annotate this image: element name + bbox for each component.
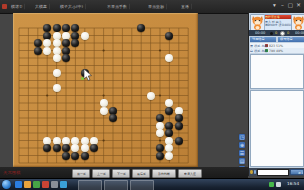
app-icon — [2, 4, 7, 9]
font-icon[interactable] — [254, 170, 257, 174]
review-button-3[interactable]: 最后手 — [132, 169, 150, 178]
bottom-bar: 天元围棋 第一手上一手下一手最后手形势判断申请入座 — [0, 167, 248, 178]
zoom-icon[interactable]: ⊕ — [239, 142, 245, 148]
taskbar-app-icon-5[interactable] — [60, 181, 67, 188]
chat-input-bar: 发送 — [249, 168, 304, 176]
player-row[interactable]: 白 棋手 九段790 49% — [250, 48, 304, 53]
stone-black — [109, 114, 117, 122]
stone-black — [53, 144, 61, 152]
system-tray: 16:54 — [269, 180, 303, 188]
stone-black — [53, 24, 61, 32]
window-controls: ▾–▢✕ — [271, 1, 302, 9]
stone-white — [100, 99, 108, 107]
taskbar: 16:54 — [0, 178, 304, 190]
stone-black — [175, 122, 183, 130]
stone-white — [147, 92, 155, 100]
menu-item-1[interactable]: 大棋盘 — [33, 4, 50, 10]
stone-black — [156, 152, 164, 160]
stone-black — [156, 144, 164, 152]
info-line-time: 用时60分 读秒60秒 — [265, 23, 276, 24]
stone-white — [43, 47, 51, 55]
black-captures: 0 — [275, 31, 277, 35]
send-button[interactable]: 发送 — [290, 169, 304, 175]
window-control-0[interactable]: ▾ — [272, 2, 278, 8]
stone-black — [62, 39, 70, 47]
task-buttons — [78, 180, 154, 190]
stone-black — [71, 152, 79, 160]
menu-item-2[interactable]: 棋子大小(中) — [58, 4, 86, 10]
black-player-avatar — [250, 14, 265, 31]
stone-black — [81, 69, 89, 77]
task-window-button-0[interactable] — [78, 180, 102, 190]
stone-black — [156, 114, 164, 122]
player-name: 白 棋手 九段 — [250, 48, 262, 53]
player-stats: 823 51% — [269, 44, 283, 48]
go-board[interactable] — [13, 13, 198, 167]
stone-white — [53, 84, 61, 92]
taskbar-app-icon-1[interactable] — [24, 181, 31, 188]
stone-black — [175, 114, 183, 122]
taskbar-app-icon-2[interactable] — [33, 181, 40, 188]
info-line-players: 黑方 对 白方 — [265, 20, 276, 21]
player-stats: 790 49% — [269, 49, 283, 53]
menu-item-4[interactable]: 显示坐标 — [146, 4, 167, 10]
event-banner: 围棋赛直播 — [265, 15, 291, 19]
tray-icon-1[interactable] — [276, 182, 281, 187]
review-button-1[interactable]: 上一手 — [92, 169, 110, 178]
stone-black — [62, 152, 70, 160]
white-clock: 00:00 — [295, 31, 304, 35]
menu-item-3[interactable]: 不显示手数 — [105, 4, 130, 10]
review-button-2[interactable]: 下一手 — [112, 169, 130, 178]
stone-black — [34, 39, 42, 47]
stone-black — [165, 107, 173, 115]
stone-black — [34, 47, 42, 55]
review-button-0[interactable]: 第一手 — [72, 169, 90, 178]
stone-white — [156, 129, 164, 137]
grid-icon[interactable]: ▤ — [239, 158, 245, 164]
tray-clock: 16:54 — [287, 182, 299, 187]
list-icon[interactable]: ☰ — [239, 150, 245, 156]
chat-icon[interactable]: ◳ — [239, 134, 245, 140]
move-list-pane[interactable] — [250, 54, 304, 89]
stone-black — [165, 32, 173, 40]
taskbar-app-icon-3[interactable] — [42, 181, 49, 188]
taskbar-app-icon-0[interactable] — [15, 181, 22, 188]
menu-item-0[interactable]: 棋谱① — [9, 4, 25, 10]
right-panel: 围棋赛直播 黑方 对 白方 用时60分 读秒60秒 00:00 0 0 00:0… — [248, 13, 304, 176]
tray-icons — [269, 182, 281, 187]
stone-white — [53, 54, 61, 62]
task-window-button-2[interactable] — [130, 180, 154, 190]
window-control-2[interactable]: ▢ — [288, 2, 294, 8]
stone-black — [62, 54, 70, 62]
task-window-button-1[interactable] — [104, 180, 128, 190]
white-captures: 0 — [287, 31, 289, 35]
stone-white — [53, 39, 61, 47]
black-stone-icon — [270, 32, 273, 35]
review-controls: 第一手上一手下一手最后手形势判断申请入座 — [72, 169, 202, 178]
tab-chat-info[interactable]: 聊天信息 — [278, 37, 304, 42]
emoticon-icon[interactable] — [250, 170, 253, 174]
stone-white — [53, 69, 61, 77]
menu-item-5[interactable]: 直播 — [179, 4, 192, 10]
stone-black — [62, 24, 70, 32]
start-button[interactable] — [2, 180, 11, 189]
stone-white — [100, 107, 108, 115]
quick-launch-icons — [15, 181, 67, 188]
tab-game-info[interactable]: 对局信息 — [250, 37, 276, 42]
menu-bar: 棋谱①大棋盘棋子大小(中)不显示手数显示坐标直播 — [9, 0, 196, 13]
white-player-avatar — [291, 14, 304, 31]
stone-black — [81, 152, 89, 160]
title-bar: 棋谱①大棋盘棋子大小(中)不显示手数显示坐标直播 ▾–▢✕ — [0, 0, 304, 14]
clock-captures-bar: 00:00 0 0 00:00 — [249, 30, 304, 36]
taskbar-app-icon-4[interactable] — [51, 181, 58, 188]
review-button-5[interactable]: 申请入座 — [178, 169, 202, 178]
tray-icon-0[interactable] — [269, 182, 274, 187]
stone-black — [175, 137, 183, 145]
app-window: { "game": "go", "position": { "format": … — [0, 0, 304, 190]
captures-indicator: 0 0 — [270, 29, 290, 37]
green-marker — [81, 77, 84, 80]
black-clock: 00:00 — [255, 31, 265, 35]
chat-pane[interactable] — [250, 90, 304, 167]
channel-logo: 天元围棋 — [3, 170, 21, 176]
stone-black — [62, 144, 70, 152]
window-control-3[interactable]: ✕ — [296, 2, 302, 8]
review-button-4[interactable]: 形势判断 — [152, 169, 176, 178]
stone-white — [165, 152, 173, 160]
stone-white — [81, 32, 89, 40]
white-stone-icon — [280, 31, 285, 36]
stone-white — [81, 144, 89, 152]
window-control-1[interactable]: – — [280, 2, 286, 8]
chat-input[interactable] — [257, 169, 289, 176]
